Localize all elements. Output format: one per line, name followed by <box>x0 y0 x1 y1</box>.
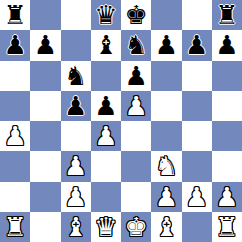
black-pawn-icon: ♟ <box>124 63 147 89</box>
square-h7[interactable]: ♟ <box>212 30 242 60</box>
square-e2[interactable] <box>121 182 151 212</box>
square-g2[interactable]: ♟ <box>182 182 212 212</box>
square-e5[interactable]: ♟ <box>121 91 151 121</box>
square-a8[interactable]: ♜ <box>0 0 30 30</box>
square-d8[interactable]: ♛ <box>91 0 121 30</box>
square-a2[interactable] <box>0 182 30 212</box>
square-e6[interactable]: ♟ <box>121 61 151 91</box>
square-d5[interactable]: ♟ <box>91 91 121 121</box>
square-g8[interactable] <box>182 0 212 30</box>
square-h4[interactable] <box>212 121 242 151</box>
white-pawn-icon: ♟ <box>64 153 87 179</box>
white-king-icon: ♚ <box>124 214 147 240</box>
square-f6[interactable] <box>151 61 181 91</box>
square-b3[interactable] <box>30 151 60 181</box>
square-f5[interactable] <box>151 91 181 121</box>
white-pawn-icon: ♟ <box>64 184 87 210</box>
chess-board: ♜♛♚♜♟♟♝♞♟♟♟♞♟♟♟♟♟♟♟♞♟♟♟♟♜♝♛♚♝♜ <box>0 0 242 242</box>
black-pawn-icon: ♟ <box>94 93 117 119</box>
black-pawn-icon: ♟ <box>64 93 87 119</box>
square-c5[interactable]: ♟ <box>61 91 91 121</box>
white-rook-icon: ♜ <box>215 214 238 240</box>
square-h5[interactable] <box>212 91 242 121</box>
square-c8[interactable] <box>61 0 91 30</box>
square-c4[interactable] <box>61 121 91 151</box>
white-queen-icon: ♛ <box>94 214 117 240</box>
square-d3[interactable] <box>91 151 121 181</box>
square-d1[interactable]: ♛ <box>91 212 121 242</box>
square-h3[interactable] <box>212 151 242 181</box>
square-c3[interactable]: ♟ <box>61 151 91 181</box>
square-b7[interactable]: ♟ <box>30 30 60 60</box>
white-pawn-icon: ♟ <box>155 184 178 210</box>
square-g1[interactable] <box>182 212 212 242</box>
square-d6[interactable] <box>91 61 121 91</box>
black-pawn-icon: ♟ <box>185 32 208 58</box>
square-g7[interactable]: ♟ <box>182 30 212 60</box>
black-rook-icon: ♜ <box>215 2 238 28</box>
black-knight-icon: ♞ <box>124 32 147 58</box>
square-e1[interactable]: ♚ <box>121 212 151 242</box>
square-h6[interactable] <box>212 61 242 91</box>
square-a7[interactable]: ♟ <box>0 30 30 60</box>
black-queen-icon: ♛ <box>94 2 117 28</box>
square-a3[interactable] <box>0 151 30 181</box>
black-knight-icon: ♞ <box>64 63 87 89</box>
square-a4[interactable]: ♟ <box>0 121 30 151</box>
white-knight-icon: ♞ <box>155 153 178 179</box>
square-c6[interactable]: ♞ <box>61 61 91 91</box>
square-d7[interactable]: ♝ <box>91 30 121 60</box>
white-bishop-icon: ♝ <box>155 214 178 240</box>
square-f1[interactable]: ♝ <box>151 212 181 242</box>
square-b1[interactable] <box>30 212 60 242</box>
square-a1[interactable]: ♜ <box>0 212 30 242</box>
white-pawn-icon: ♟ <box>215 184 238 210</box>
square-h8[interactable]: ♜ <box>212 0 242 30</box>
black-pawn-icon: ♟ <box>34 32 57 58</box>
black-pawn-icon: ♟ <box>3 32 26 58</box>
black-king-icon: ♚ <box>124 2 147 28</box>
square-e3[interactable] <box>121 151 151 181</box>
square-a5[interactable] <box>0 91 30 121</box>
square-d2[interactable] <box>91 182 121 212</box>
white-pawn-icon: ♟ <box>124 93 147 119</box>
white-pawn-icon: ♟ <box>94 123 117 149</box>
square-d4[interactable]: ♟ <box>91 121 121 151</box>
square-b2[interactable] <box>30 182 60 212</box>
white-rook-icon: ♜ <box>3 214 26 240</box>
square-e8[interactable]: ♚ <box>121 0 151 30</box>
square-g4[interactable] <box>182 121 212 151</box>
square-f2[interactable]: ♟ <box>151 182 181 212</box>
square-b8[interactable] <box>30 0 60 30</box>
square-a6[interactable] <box>0 61 30 91</box>
square-f3[interactable]: ♞ <box>151 151 181 181</box>
square-g3[interactable] <box>182 151 212 181</box>
square-c2[interactable]: ♟ <box>61 182 91 212</box>
square-g5[interactable] <box>182 91 212 121</box>
black-bishop-icon: ♝ <box>94 32 117 58</box>
square-b6[interactable] <box>30 61 60 91</box>
black-pawn-icon: ♟ <box>155 32 178 58</box>
square-h1[interactable]: ♜ <box>212 212 242 242</box>
white-pawn-icon: ♟ <box>3 123 26 149</box>
square-g6[interactable] <box>182 61 212 91</box>
square-b4[interactable] <box>30 121 60 151</box>
square-f7[interactable]: ♟ <box>151 30 181 60</box>
square-b5[interactable] <box>30 91 60 121</box>
black-pawn-icon: ♟ <box>215 32 238 58</box>
square-h2[interactable]: ♟ <box>212 182 242 212</box>
square-f8[interactable] <box>151 0 181 30</box>
square-c1[interactable]: ♝ <box>61 212 91 242</box>
square-e4[interactable] <box>121 121 151 151</box>
white-pawn-icon: ♟ <box>185 184 208 210</box>
square-f4[interactable] <box>151 121 181 151</box>
square-c7[interactable] <box>61 30 91 60</box>
square-e7[interactable]: ♞ <box>121 30 151 60</box>
white-bishop-icon: ♝ <box>64 214 87 240</box>
black-rook-icon: ♜ <box>3 2 26 28</box>
